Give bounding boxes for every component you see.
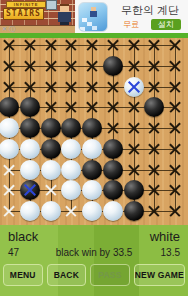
white-stone[interactable] — [61, 180, 81, 200]
white-territory-mark — [2, 183, 16, 197]
black-territory-mark — [147, 38, 161, 52]
black-territory-mark — [168, 204, 182, 218]
white-stone[interactable] — [103, 201, 123, 221]
black-stone[interactable] — [103, 139, 123, 159]
dead-stone-mark — [22, 182, 38, 198]
black-territory-mark — [168, 142, 182, 156]
ad-creative[interactable]: INFINITE STAIRS ✕ ⓘ — [0, 0, 75, 33]
black-territory-mark — [168, 163, 182, 177]
black-territory-mark — [23, 38, 37, 52]
go-board[interactable] — [0, 38, 188, 225]
score-panel: black white 47 black win by 33.5 13.5 ME… — [0, 225, 188, 296]
ad-app-icon[interactable] — [78, 2, 108, 32]
ad-logo-top: INFINITE — [6, 1, 46, 8]
black-territory-mark — [168, 80, 182, 94]
white-stone-dead[interactable] — [124, 77, 144, 97]
black-territory-mark — [147, 142, 161, 156]
black-territory-mark — [106, 121, 120, 135]
black-territory-mark — [2, 38, 16, 52]
black-territory-mark — [127, 38, 141, 52]
ad-detail-area: 무한의 계단 무료 설치 — [75, 0, 188, 33]
black-territory-mark — [168, 100, 182, 114]
black-territory-mark — [85, 80, 99, 94]
black-territory-mark — [168, 121, 182, 135]
white-player-label: white — [150, 229, 180, 245]
black-stone[interactable] — [124, 201, 144, 221]
black-territory-mark — [106, 80, 120, 94]
black-territory-mark — [147, 163, 161, 177]
black-territory-mark — [23, 80, 37, 94]
black-stone[interactable] — [124, 180, 144, 200]
black-territory-mark — [85, 38, 99, 52]
white-score: 13.5 — [146, 247, 180, 259]
black-territory-mark — [147, 80, 161, 94]
white-stone[interactable] — [20, 139, 40, 159]
black-score: 47 — [8, 247, 42, 259]
ad-app-title: 무한의 계단 — [114, 4, 186, 17]
black-territory-mark — [44, 100, 58, 114]
black-player-label: black — [8, 229, 38, 245]
ad-info-icon[interactable]: ⓘ — [9, 26, 15, 33]
black-territory-mark — [64, 59, 78, 73]
black-territory-mark — [168, 59, 182, 73]
black-stone[interactable] — [61, 118, 81, 138]
install-button[interactable]: 설치 — [151, 19, 181, 30]
result-text: black win by 33.5 — [42, 247, 146, 259]
black-territory-mark — [127, 163, 141, 177]
white-stone[interactable] — [41, 160, 61, 180]
white-stone[interactable] — [0, 139, 19, 159]
black-territory-mark — [106, 100, 120, 114]
black-territory-mark — [127, 142, 141, 156]
black-territory-mark — [23, 59, 37, 73]
black-territory-mark — [44, 59, 58, 73]
black-stone[interactable] — [144, 97, 164, 117]
black-stone[interactable] — [41, 139, 61, 159]
ad-banner[interactable]: INFINITE STAIRS ✕ ⓘ 무한의 계단 무료 설치 — [0, 0, 188, 33]
black-territory-mark — [127, 121, 141, 135]
black-stone[interactable] — [41, 118, 61, 138]
black-territory-mark — [147, 59, 161, 73]
black-territory-mark — [44, 38, 58, 52]
white-territory-mark — [44, 183, 58, 197]
black-stone[interactable] — [0, 97, 19, 117]
black-stone[interactable] — [82, 118, 102, 138]
ad-close-icon[interactable]: ✕ — [2, 26, 7, 33]
white-territory-mark — [2, 163, 16, 177]
white-stone[interactable] — [82, 201, 102, 221]
black-territory-mark — [147, 204, 161, 218]
go-app-screen: INFINITE STAIRS ✕ ⓘ 무한의 계단 무료 설치 — [0, 0, 188, 296]
white-stone[interactable] — [20, 160, 40, 180]
black-stone[interactable] — [20, 97, 40, 117]
black-territory-mark — [127, 59, 141, 73]
white-stone[interactable] — [0, 118, 19, 138]
ad-logo-main: STAIRS — [3, 8, 44, 20]
black-territory-mark — [168, 183, 182, 197]
black-stone[interactable] — [103, 56, 123, 76]
white-territory-mark — [64, 204, 78, 218]
ad-window-art — [46, 0, 57, 10]
black-territory-mark — [85, 59, 99, 73]
black-territory-mark — [2, 80, 16, 94]
black-territory-mark — [106, 38, 120, 52]
white-stone[interactable] — [41, 201, 61, 221]
white-stone[interactable] — [82, 139, 102, 159]
black-stone[interactable] — [103, 180, 123, 200]
white-stone[interactable] — [20, 201, 40, 221]
black-territory-mark — [64, 38, 78, 52]
black-territory-mark — [44, 80, 58, 94]
white-stone[interactable] — [61, 160, 81, 180]
black-territory-mark — [64, 100, 78, 114]
white-territory-mark — [2, 204, 16, 218]
black-stone-dead[interactable] — [20, 180, 40, 200]
new-game-button[interactable]: NEW GAME — [134, 264, 185, 286]
black-territory-mark — [85, 100, 99, 114]
menu-button[interactable]: MENU — [3, 264, 43, 286]
black-territory-mark — [127, 100, 141, 114]
black-stone[interactable] — [82, 160, 102, 180]
ad-character-art — [58, 4, 71, 27]
black-territory-mark — [147, 121, 161, 135]
black-territory-mark — [64, 80, 78, 94]
white-stone[interactable] — [82, 180, 102, 200]
white-stone[interactable] — [61, 139, 81, 159]
pass-button[interactable]: PASS — [90, 264, 130, 286]
back-button[interactable]: BACK — [47, 264, 87, 286]
dead-stone-mark — [126, 79, 142, 95]
black-territory-mark — [168, 38, 182, 52]
ad-price-label: 무료 — [123, 19, 139, 30]
black-stone[interactable] — [20, 118, 40, 138]
black-territory-mark — [2, 59, 16, 73]
black-territory-mark — [147, 183, 161, 197]
black-stone[interactable] — [103, 160, 123, 180]
